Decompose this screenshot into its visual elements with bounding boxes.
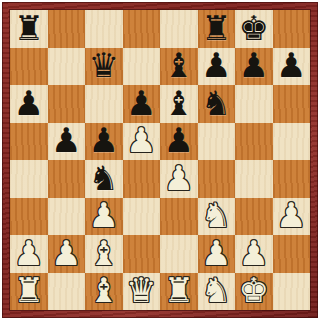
square-g1: ♚ [235, 273, 273, 311]
white-pawn: ♟ [164, 161, 194, 195]
square-e6: ♝ [160, 85, 198, 123]
square-h1 [273, 273, 311, 311]
square-b4 [48, 160, 86, 198]
black-king: ♚ [239, 11, 269, 45]
white-bishop: ♝ [89, 273, 119, 307]
square-e5: ♟ [160, 123, 198, 161]
square-b7 [48, 48, 86, 86]
square-d5: ♟ [123, 123, 161, 161]
square-g5 [235, 123, 273, 161]
white-pawn: ♟ [126, 123, 156, 157]
square-a8: ♜ [10, 10, 48, 48]
square-b6 [48, 85, 86, 123]
black-pawn: ♟ [14, 86, 44, 120]
square-c8 [85, 10, 123, 48]
square-a2: ♟ [10, 235, 48, 273]
white-pawn: ♟ [239, 236, 269, 270]
black-rook: ♜ [201, 11, 231, 45]
square-d3 [123, 198, 161, 236]
square-d6: ♟ [123, 85, 161, 123]
white-bishop: ♝ [89, 236, 119, 270]
black-pawn: ♟ [276, 48, 306, 82]
square-c1: ♝ [85, 273, 123, 311]
white-king: ♚ [239, 273, 269, 307]
black-rook: ♜ [14, 11, 44, 45]
square-g8: ♚ [235, 10, 273, 48]
square-a6: ♟ [10, 85, 48, 123]
black-pawn: ♟ [51, 123, 81, 157]
white-pawn: ♟ [89, 198, 119, 232]
square-g2: ♟ [235, 235, 273, 273]
white-knight: ♞ [201, 198, 231, 232]
chess-board: ♜♜♚♛♝♟♟♟♟♟♝♞♟♟♟♟♞♟♟♞♟♟♟♝♟♟♜♝♛♜♞♚ [10, 10, 310, 310]
square-g6 [235, 85, 273, 123]
white-pawn: ♟ [201, 236, 231, 270]
square-a4 [10, 160, 48, 198]
square-c2: ♝ [85, 235, 123, 273]
black-pawn: ♟ [89, 123, 119, 157]
black-queen: ♛ [89, 48, 119, 82]
square-c4: ♞ [85, 160, 123, 198]
square-c6 [85, 85, 123, 123]
square-b2: ♟ [48, 235, 86, 273]
square-h8 [273, 10, 311, 48]
square-d2 [123, 235, 161, 273]
black-knight: ♞ [89, 161, 119, 195]
square-f7: ♟ [198, 48, 236, 86]
black-knight: ♞ [201, 86, 231, 120]
black-bishop: ♝ [164, 86, 194, 120]
square-f5 [198, 123, 236, 161]
square-h4 [273, 160, 311, 198]
black-bishop: ♝ [164, 48, 194, 82]
square-a5 [10, 123, 48, 161]
square-c3: ♟ [85, 198, 123, 236]
square-d8 [123, 10, 161, 48]
chess-board-frame: ♜♜♚♛♝♟♟♟♟♟♝♞♟♟♟♟♞♟♟♞♟♟♟♝♟♟♜♝♛♜♞♚ [2, 2, 318, 318]
square-e7: ♝ [160, 48, 198, 86]
white-pawn: ♟ [51, 236, 81, 270]
square-f6: ♞ [198, 85, 236, 123]
square-d4 [123, 160, 161, 198]
square-a1: ♜ [10, 273, 48, 311]
white-knight: ♞ [201, 273, 231, 307]
square-b5: ♟ [48, 123, 86, 161]
square-e2 [160, 235, 198, 273]
square-c7: ♛ [85, 48, 123, 86]
white-rook: ♜ [14, 273, 44, 307]
square-h5 [273, 123, 311, 161]
black-pawn: ♟ [164, 123, 194, 157]
square-c5: ♟ [85, 123, 123, 161]
black-pawn: ♟ [239, 48, 269, 82]
square-h2 [273, 235, 311, 273]
square-e3 [160, 198, 198, 236]
square-g3 [235, 198, 273, 236]
square-h7: ♟ [273, 48, 311, 86]
square-f1: ♞ [198, 273, 236, 311]
square-b8 [48, 10, 86, 48]
white-queen: ♛ [126, 273, 156, 307]
square-d7 [123, 48, 161, 86]
square-f8: ♜ [198, 10, 236, 48]
square-g7: ♟ [235, 48, 273, 86]
square-b3 [48, 198, 86, 236]
white-rook: ♜ [164, 273, 194, 307]
black-pawn: ♟ [201, 48, 231, 82]
square-e4: ♟ [160, 160, 198, 198]
square-b1 [48, 273, 86, 311]
chess-diagram: ♜♜♚♛♝♟♟♟♟♟♝♞♟♟♟♟♞♟♟♞♟♟♟♝♟♟♜♝♛♜♞♚ [0, 0, 320, 320]
black-pawn: ♟ [126, 86, 156, 120]
square-h3: ♟ [273, 198, 311, 236]
square-h6 [273, 85, 311, 123]
square-f3: ♞ [198, 198, 236, 236]
white-pawn: ♟ [14, 236, 44, 270]
square-e8 [160, 10, 198, 48]
square-a3 [10, 198, 48, 236]
square-a7 [10, 48, 48, 86]
square-g4 [235, 160, 273, 198]
square-f2: ♟ [198, 235, 236, 273]
square-d1: ♛ [123, 273, 161, 311]
square-f4 [198, 160, 236, 198]
white-pawn: ♟ [276, 198, 306, 232]
square-e1: ♜ [160, 273, 198, 311]
